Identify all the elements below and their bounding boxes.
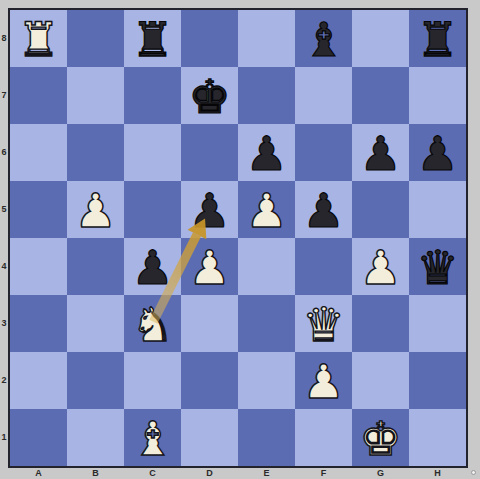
- rank-label-8: 8: [0, 10, 8, 67]
- black-pawn[interactable]: ♟: [295, 181, 352, 238]
- chess-board-frame: ♜♜♝♜♚♟♟♟♟♟♟♟♟♟♟♛♞♛♟♝♚: [8, 8, 468, 468]
- white-bishop[interactable]: ♝: [124, 409, 181, 466]
- black-rook[interactable]: ♜: [124, 10, 181, 67]
- square-d7[interactable]: ♚: [181, 67, 238, 124]
- square-h4[interactable]: ♛: [409, 238, 466, 295]
- black-pawn[interactable]: ♟: [238, 124, 295, 181]
- square-g6[interactable]: ♟: [352, 124, 409, 181]
- file-label-e: E: [238, 468, 295, 479]
- square-d6[interactable]: [181, 124, 238, 181]
- square-g2[interactable]: [352, 352, 409, 409]
- square-f7[interactable]: [295, 67, 352, 124]
- square-f1[interactable]: [295, 409, 352, 466]
- black-rook[interactable]: ♜: [409, 10, 466, 67]
- square-h7[interactable]: [409, 67, 466, 124]
- square-c6[interactable]: [124, 124, 181, 181]
- square-h1[interactable]: [409, 409, 466, 466]
- square-e6[interactable]: ♟: [238, 124, 295, 181]
- square-b2[interactable]: [67, 352, 124, 409]
- square-c5[interactable]: [124, 181, 181, 238]
- square-f6[interactable]: [295, 124, 352, 181]
- white-pawn[interactable]: ♟: [238, 181, 295, 238]
- square-g8[interactable]: [352, 10, 409, 67]
- square-h5[interactable]: [409, 181, 466, 238]
- square-e5[interactable]: ♟: [238, 181, 295, 238]
- file-label-b: B: [67, 468, 124, 479]
- rank-label-2: 2: [0, 352, 8, 409]
- square-a6[interactable]: [10, 124, 67, 181]
- black-king[interactable]: ♚: [181, 67, 238, 124]
- corner-dot-icon: [471, 470, 476, 475]
- white-pawn[interactable]: ♟: [295, 352, 352, 409]
- black-pawn[interactable]: ♟: [124, 238, 181, 295]
- square-b7[interactable]: [67, 67, 124, 124]
- square-d3[interactable]: [181, 295, 238, 352]
- square-f2[interactable]: ♟: [295, 352, 352, 409]
- square-d4[interactable]: ♟: [181, 238, 238, 295]
- square-e7[interactable]: [238, 67, 295, 124]
- square-e3[interactable]: [238, 295, 295, 352]
- square-b3[interactable]: [67, 295, 124, 352]
- black-bishop[interactable]: ♝: [295, 10, 352, 67]
- square-f5[interactable]: ♟: [295, 181, 352, 238]
- file-label-c: C: [124, 468, 181, 479]
- square-a5[interactable]: [10, 181, 67, 238]
- square-a2[interactable]: [10, 352, 67, 409]
- file-label-d: D: [181, 468, 238, 479]
- square-h3[interactable]: [409, 295, 466, 352]
- square-g5[interactable]: [352, 181, 409, 238]
- square-f8[interactable]: ♝: [295, 10, 352, 67]
- square-g4[interactable]: ♟: [352, 238, 409, 295]
- square-d1[interactable]: [181, 409, 238, 466]
- square-a7[interactable]: [10, 67, 67, 124]
- file-label-f: F: [295, 468, 352, 479]
- white-queen[interactable]: ♛: [295, 295, 352, 352]
- rank-label-1: 1: [0, 409, 8, 466]
- square-f3[interactable]: ♛: [295, 295, 352, 352]
- black-pawn[interactable]: ♟: [409, 124, 466, 181]
- white-knight[interactable]: ♞: [124, 295, 181, 352]
- square-e4[interactable]: [238, 238, 295, 295]
- rank-label-5: 5: [0, 181, 8, 238]
- square-g7[interactable]: [352, 67, 409, 124]
- rank-label-7: 7: [0, 67, 8, 124]
- white-rook[interactable]: ♜: [10, 10, 67, 67]
- white-pawn[interactable]: ♟: [352, 238, 409, 295]
- square-b8[interactable]: [67, 10, 124, 67]
- square-h6[interactable]: ♟: [409, 124, 466, 181]
- white-pawn[interactable]: ♟: [181, 238, 238, 295]
- black-pawn[interactable]: ♟: [352, 124, 409, 181]
- square-a8[interactable]: ♜: [10, 10, 67, 67]
- square-a1[interactable]: [10, 409, 67, 466]
- square-a4[interactable]: [10, 238, 67, 295]
- square-d2[interactable]: [181, 352, 238, 409]
- chess-board: ♜♜♝♜♚♟♟♟♟♟♟♟♟♟♟♛♞♛♟♝♚: [10, 10, 466, 466]
- square-a3[interactable]: [10, 295, 67, 352]
- rank-label-3: 3: [0, 295, 8, 352]
- square-c2[interactable]: [124, 352, 181, 409]
- file-label-g: G: [352, 468, 409, 479]
- square-f4[interactable]: [295, 238, 352, 295]
- square-d8[interactable]: [181, 10, 238, 67]
- square-e2[interactable]: [238, 352, 295, 409]
- file-label-a: A: [10, 468, 67, 479]
- square-e1[interactable]: [238, 409, 295, 466]
- square-b4[interactable]: [67, 238, 124, 295]
- black-pawn[interactable]: ♟: [181, 181, 238, 238]
- black-queen[interactable]: ♛: [409, 238, 466, 295]
- square-c4[interactable]: ♟: [124, 238, 181, 295]
- white-pawn[interactable]: ♟: [67, 181, 124, 238]
- square-c7[interactable]: [124, 67, 181, 124]
- square-c1[interactable]: ♝: [124, 409, 181, 466]
- square-b6[interactable]: [67, 124, 124, 181]
- square-e8[interactable]: [238, 10, 295, 67]
- square-c8[interactable]: ♜: [124, 10, 181, 67]
- square-g3[interactable]: [352, 295, 409, 352]
- rank-label-6: 6: [0, 124, 8, 181]
- square-b1[interactable]: [67, 409, 124, 466]
- square-d5[interactable]: ♟: [181, 181, 238, 238]
- square-g1[interactable]: ♚: [352, 409, 409, 466]
- square-b5[interactable]: ♟: [67, 181, 124, 238]
- file-label-h: H: [409, 468, 466, 479]
- chess-app-window: { "game": "chess", "position": { "fen": …: [0, 0, 480, 479]
- square-h8[interactable]: ♜: [409, 10, 466, 67]
- square-h2[interactable]: [409, 352, 466, 409]
- white-king[interactable]: ♚: [352, 409, 409, 466]
- square-c3[interactable]: ♞: [124, 295, 181, 352]
- rank-label-4: 4: [0, 238, 8, 295]
